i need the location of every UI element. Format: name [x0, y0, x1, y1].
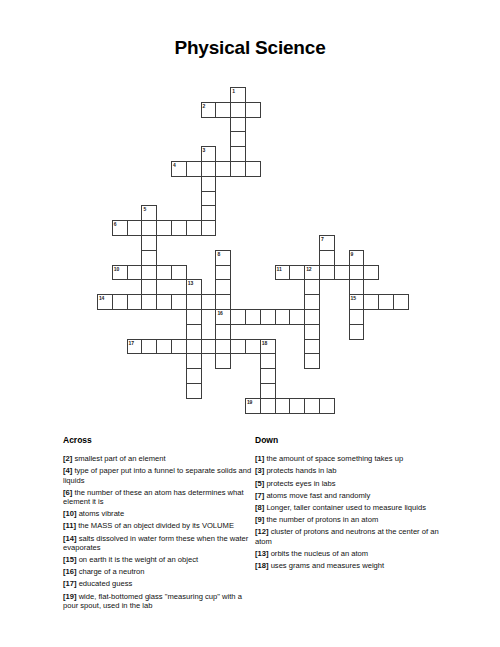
grid-cell[interactable]: 19 [245, 398, 261, 414]
down-clue-list: [1] the amount of space something takes … [255, 454, 447, 570]
grid-cell[interactable] [393, 294, 409, 310]
grid-cell[interactable] [201, 191, 217, 207]
across-clue-19: [19] wide, flat-bottomed glass "measurin… [63, 592, 255, 610]
clue-number: 8 [217, 251, 220, 257]
grid-cell[interactable]: 1 [230, 87, 246, 103]
grid-cell[interactable] [141, 250, 157, 266]
grid-cell[interactable]: 8 [215, 250, 231, 266]
grid-cell[interactable] [171, 294, 187, 310]
grid-cell[interactable] [349, 309, 365, 325]
grid-cell[interactable] [156, 220, 172, 236]
clue-number: 17 [129, 340, 134, 346]
grid-cell[interactable] [112, 294, 128, 310]
grid-cell[interactable] [186, 309, 202, 325]
clue-number: 16 [217, 310, 222, 316]
grid-cell[interactable]: 3 [201, 146, 217, 162]
grid-cell[interactable] [215, 265, 231, 281]
grid-cell[interactable] [186, 220, 202, 236]
grid-cell[interactable] [171, 339, 187, 355]
grid-cell[interactable] [215, 353, 231, 369]
grid-cell[interactable] [304, 339, 320, 355]
grid-cell[interactable] [304, 279, 320, 295]
grid-cell[interactable] [363, 265, 379, 281]
down-clue-1: [1] the amount of space something takes … [255, 454, 447, 463]
grid-cell[interactable] [304, 309, 320, 325]
grid-cell[interactable] [201, 220, 217, 236]
grid-cell[interactable] [319, 250, 335, 266]
grid-cell[interactable]: 16 [215, 309, 231, 325]
grid-cell[interactable] [141, 220, 157, 236]
clue-number: 6 [114, 221, 117, 227]
grid-cell[interactable] [230, 117, 246, 133]
grid-cell[interactable] [141, 235, 157, 251]
grid-cell[interactable] [156, 265, 172, 281]
clue-number: 13 [188, 280, 193, 286]
grid-cell[interactable] [215, 102, 231, 118]
grid-cell[interactable] [156, 339, 172, 355]
grid-cell[interactable] [201, 176, 217, 192]
grid-cell[interactable]: 4 [171, 161, 187, 177]
across-header: Across [63, 436, 255, 445]
grid-cell[interactable] [245, 102, 261, 118]
down-header: Down [255, 436, 447, 445]
down-clue-9: [9] the number of protons in an atom [255, 515, 447, 524]
grid-cell[interactable]: 2 [201, 102, 217, 118]
across-clue-11: [11] the MASS of an object divided by it… [63, 521, 255, 530]
grid-cell[interactable] [186, 368, 202, 384]
grid-cell[interactable] [319, 398, 335, 414]
grid-cell[interactable]: 14 [97, 294, 113, 310]
clue-number: 1 [232, 88, 235, 94]
across-clue-14: [14] salts dissolved in water form these… [63, 534, 255, 552]
clue-number: 9 [351, 251, 354, 257]
across-clue-15: [15] on earth it is the weight of an obj… [63, 555, 255, 564]
grid-cell[interactable] [304, 398, 320, 414]
clue-number: 18 [262, 340, 267, 346]
clue-number: 19 [247, 399, 252, 405]
across-clues: Across [2] smallest part of an element[4… [63, 436, 255, 613]
grid-cell[interactable] [275, 309, 291, 325]
clue-number: 7 [321, 236, 324, 242]
grid-cell[interactable] [201, 339, 217, 355]
grid-cell[interactable] [201, 294, 217, 310]
grid-cell[interactable]: 18 [260, 339, 276, 355]
across-clue-16: [16] charge of a neutron [63, 567, 255, 576]
across-clue-list: [2] smallest part of an element[4] type … [63, 454, 255, 610]
clue-number: 3 [203, 147, 206, 153]
grid-cell[interactable] [245, 161, 261, 177]
grid-cell[interactable] [260, 383, 276, 399]
page: Physical Science 12345678910111213141516… [0, 0, 500, 647]
grid-cell[interactable]: 11 [275, 265, 291, 281]
down-clue-7: [7] atoms move fast and randomly [255, 491, 447, 500]
clue-number: 10 [114, 266, 119, 272]
grid-cell[interactable]: 10 [112, 265, 128, 281]
grid-cell[interactable] [230, 161, 246, 177]
grid-cell[interactable] [230, 339, 246, 355]
down-clue-3: [3] protects hands in lab [255, 466, 447, 475]
grid-cell[interactable] [215, 161, 231, 177]
grid-cell[interactable] [230, 309, 246, 325]
clue-number: 12 [306, 266, 311, 272]
down-clue-8: [8] Longer, taller container used to mea… [255, 503, 447, 512]
grid-cell[interactable] [363, 294, 379, 310]
grid-cell[interactable] [334, 265, 350, 281]
grid-cell[interactable]: 13 [186, 279, 202, 295]
grid-cell[interactable] [186, 353, 202, 369]
grid-cell[interactable] [186, 161, 202, 177]
grid-cell[interactable] [215, 339, 231, 355]
down-clue-12: [12] cluster of protons and neutrons at … [255, 527, 447, 545]
grid-cell[interactable] [289, 398, 305, 414]
grid-cell[interactable]: 9 [349, 250, 365, 266]
down-clue-18: [18] uses grams and measures weight [255, 561, 447, 570]
grid-cell[interactable] [215, 279, 231, 295]
grid-cell[interactable] [378, 294, 394, 310]
grid-cell[interactable] [127, 294, 143, 310]
grid-cell[interactable] [186, 294, 202, 310]
grid-cell[interactable] [141, 265, 157, 281]
grid-cell[interactable] [127, 220, 143, 236]
down-clues: Down [1] the amount of space something t… [255, 436, 447, 573]
grid-cell[interactable] [201, 161, 217, 177]
grid-cell[interactable] [127, 265, 143, 281]
grid-cell[interactable] [289, 309, 305, 325]
grid-cell[interactable] [156, 294, 172, 310]
grid-cell[interactable] [349, 279, 365, 295]
grid-cell[interactable] [349, 324, 365, 340]
grid-cell[interactable] [304, 353, 320, 369]
grid-cell[interactable] [289, 265, 305, 281]
grid-cell[interactable] [141, 339, 157, 355]
crossword-grid: 12345678910111213141516171819 [97, 87, 411, 415]
grid-cell[interactable]: 12 [304, 265, 320, 281]
across-clue-10: [10] atoms vibrate [63, 509, 255, 518]
grid-cell[interactable] [260, 368, 276, 384]
grid-cell[interactable]: 7 [319, 235, 335, 251]
grid-cell[interactable] [230, 131, 246, 147]
grid-cell[interactable] [245, 339, 261, 355]
grid-cell[interactable] [186, 383, 202, 399]
grid-cell[interactable] [319, 265, 335, 281]
grid-cell[interactable] [171, 220, 187, 236]
puzzle-title: Physical Science [0, 37, 500, 59]
grid-cell[interactable] [304, 294, 320, 310]
clue-number: 5 [143, 206, 146, 212]
grid-cell[interactable] [201, 205, 217, 221]
down-clue-5: [5] protects eyes in labs [255, 479, 447, 488]
grid-cell[interactable] [230, 102, 246, 118]
grid-cell[interactable] [260, 353, 276, 369]
clue-number: 14 [99, 295, 104, 301]
across-clue-6: [6] the number of these an atom has dete… [63, 488, 255, 506]
grid-cell[interactable]: 5 [141, 205, 157, 221]
grid-cell[interactable] [275, 398, 291, 414]
grid-cell[interactable]: 15 [349, 294, 365, 310]
clue-number: 2 [203, 103, 206, 109]
clue-number: 4 [173, 162, 176, 168]
across-clue-17: [17] educated guess [63, 579, 255, 588]
down-clue-13: [13] orbits the nucleus of an atom [255, 549, 447, 558]
grid-cell[interactable] [215, 324, 231, 340]
grid-cell[interactable] [171, 265, 187, 281]
grid-cell[interactable] [186, 339, 202, 355]
across-clue-4: [4] type of paper put into a funnel to s… [63, 466, 255, 484]
clue-number: 11 [277, 266, 282, 272]
grid-cell[interactable]: 17 [127, 339, 143, 355]
grid-cell[interactable] [260, 309, 276, 325]
grid-cell[interactable] [260, 398, 276, 414]
grid-cell[interactable] [215, 294, 231, 310]
grid-cell[interactable]: 6 [112, 220, 128, 236]
grid-cell[interactable] [245, 309, 261, 325]
grid-cell[interactable] [141, 294, 157, 310]
across-clue-2: [2] smallest part of an element [63, 454, 255, 463]
grid-cell[interactable] [141, 279, 157, 295]
grid-cell[interactable] [349, 265, 365, 281]
grid-cell[interactable] [304, 324, 320, 340]
clue-number: 15 [351, 295, 356, 301]
grid-cell[interactable] [186, 324, 202, 340]
grid-cell[interactable] [230, 146, 246, 162]
